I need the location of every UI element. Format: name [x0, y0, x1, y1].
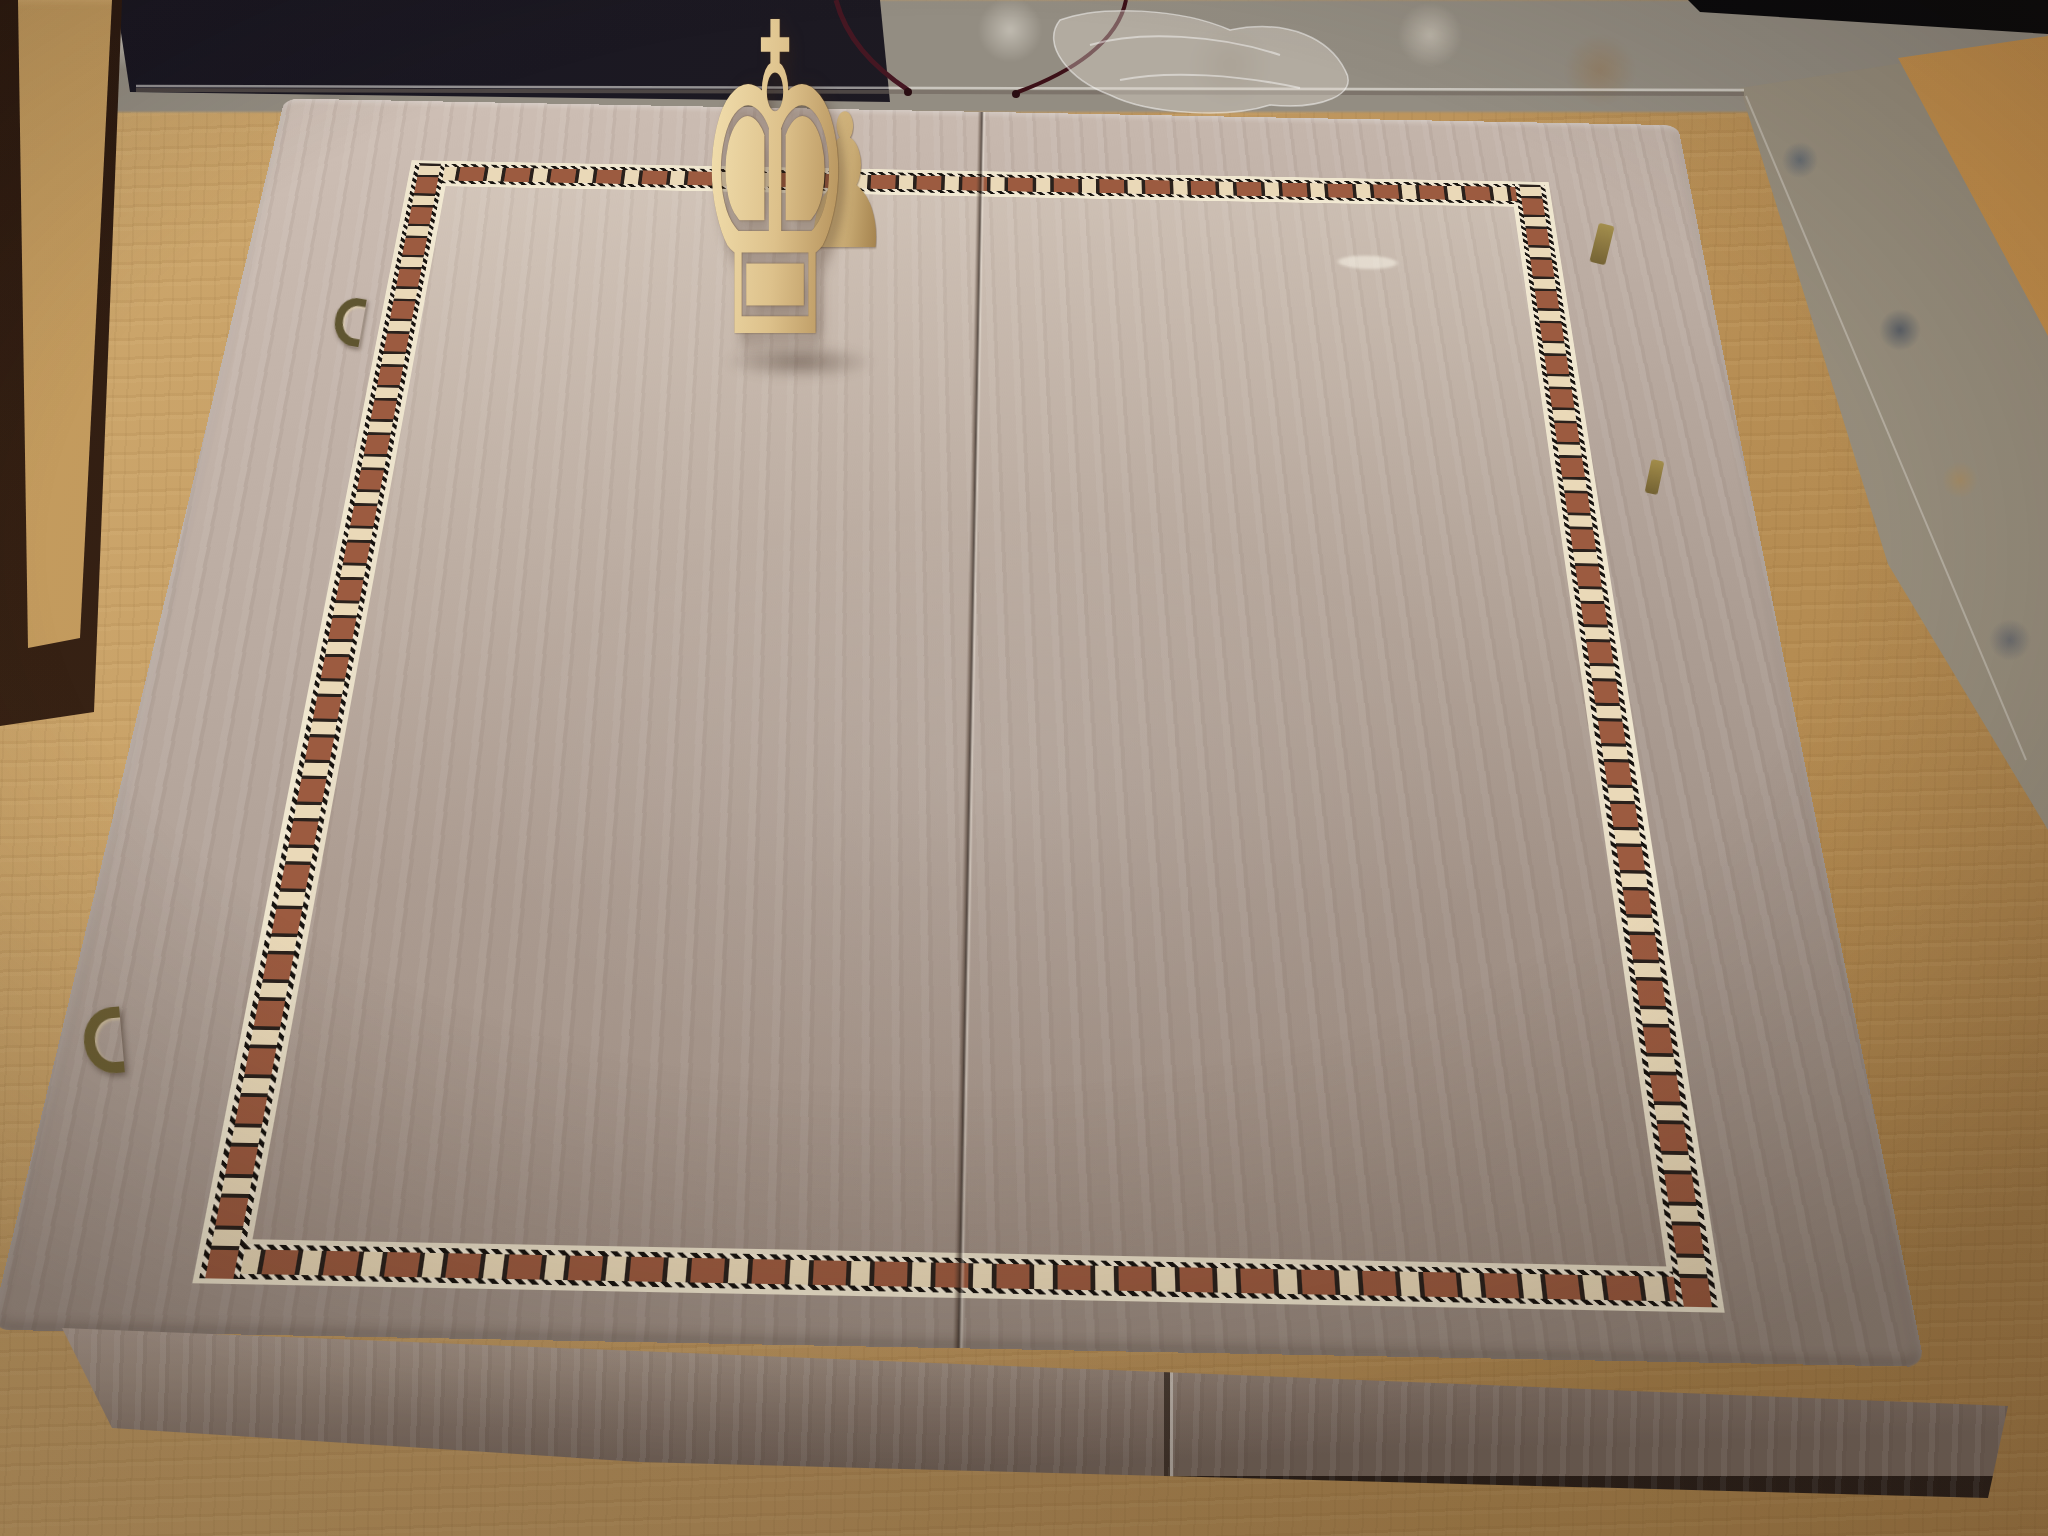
board-tilt-wrapper: [0, 0, 2048, 1536]
white-king-c7[interactable]: ♚: [694, 0, 856, 399]
photo-scene: ♟ ♚: [0, 0, 2048, 1536]
board-frame: [0, 98, 1925, 1366]
